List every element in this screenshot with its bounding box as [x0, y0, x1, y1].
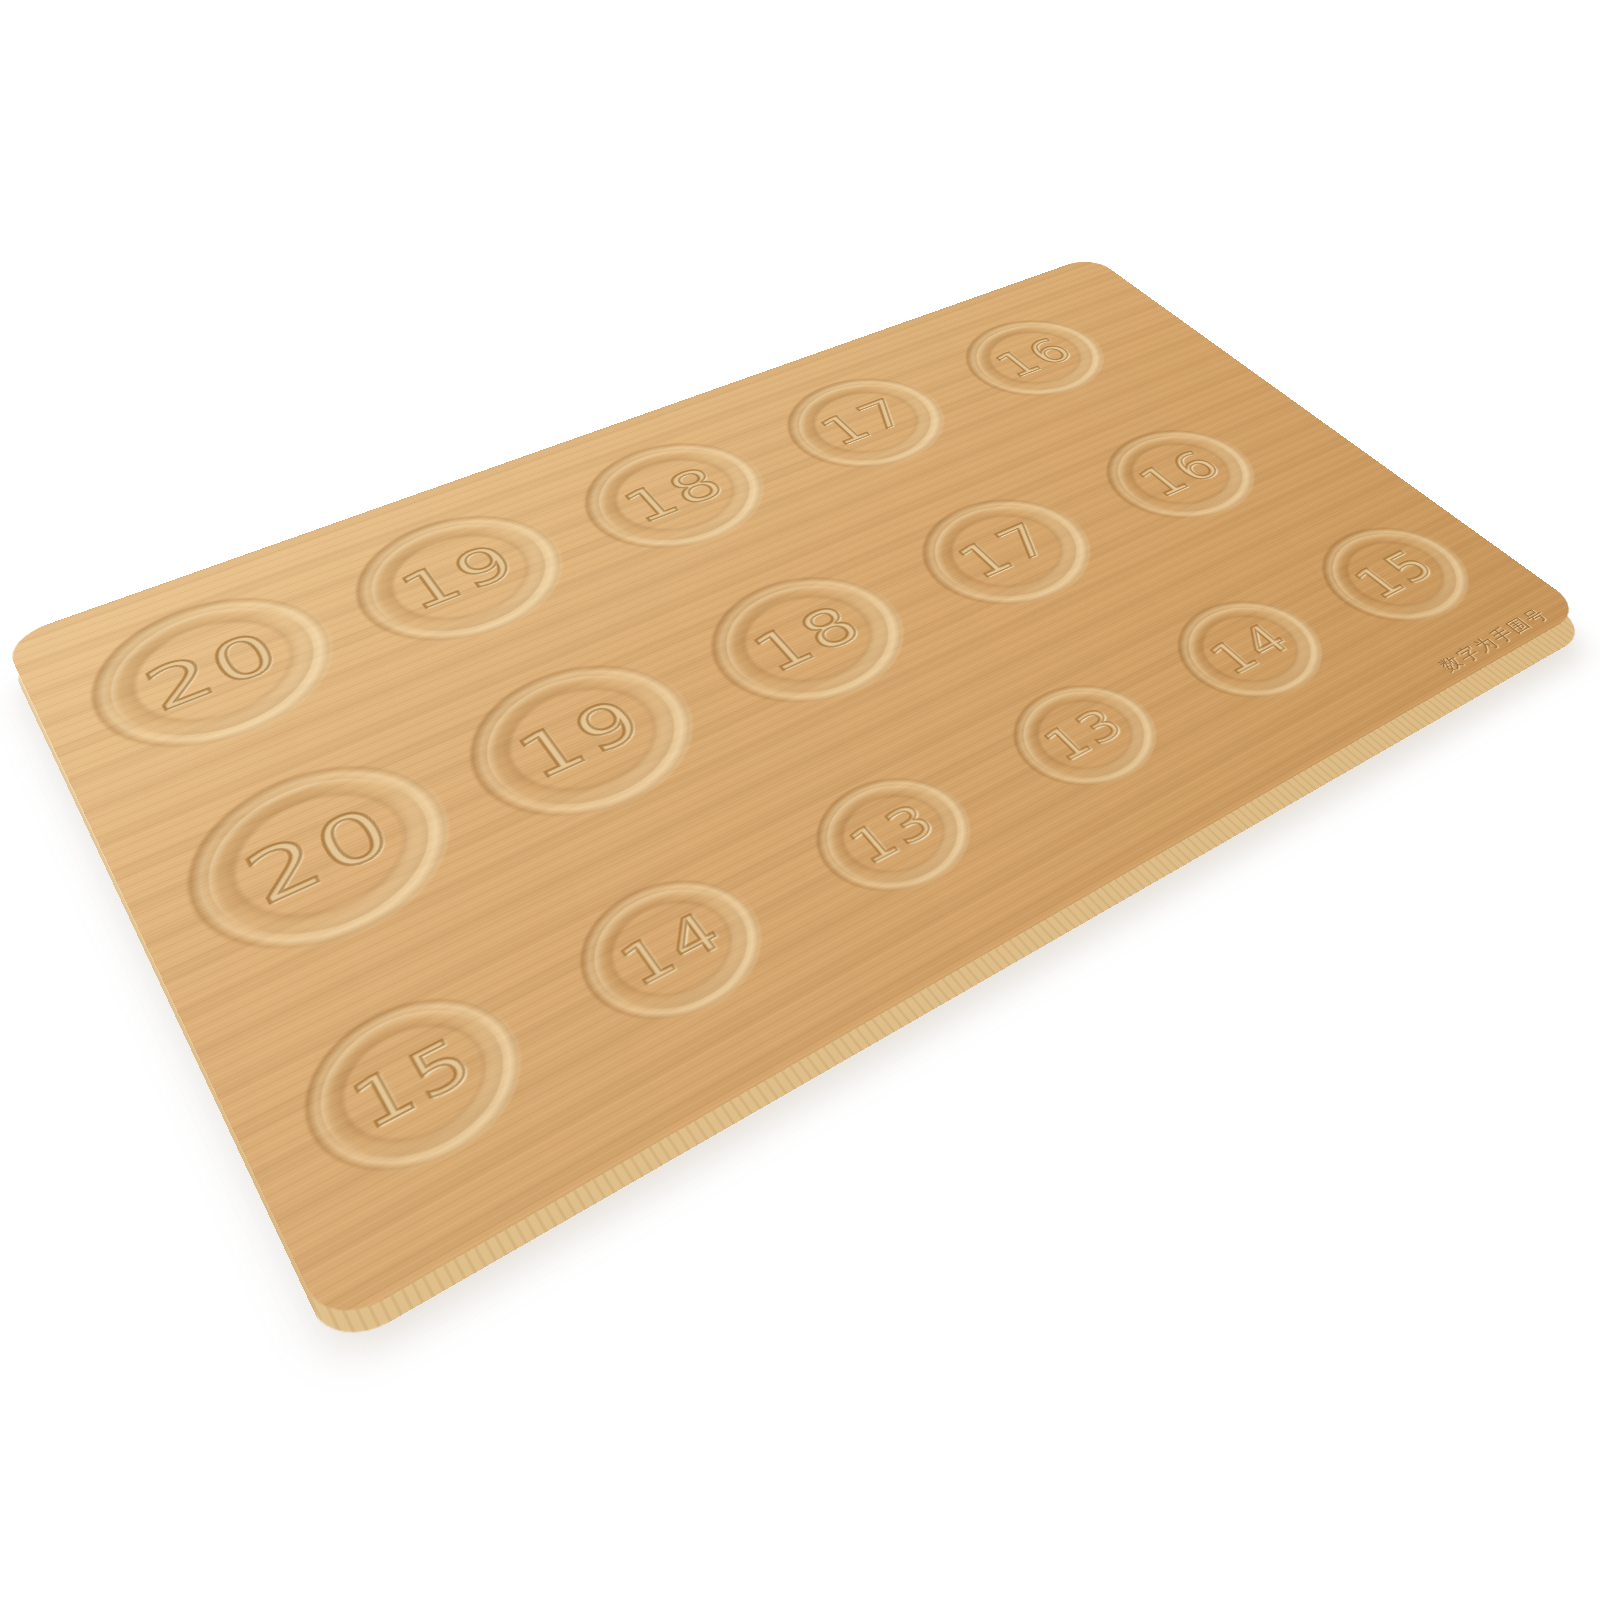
slot-number: 19	[388, 532, 532, 622]
bead-board-photo: 数字为手围号 20191817162019181716151413131415	[0, 0, 1600, 1600]
slot-number: 16	[984, 331, 1085, 385]
slot-number: 14	[1197, 614, 1302, 683]
slot-number: 15	[1341, 540, 1448, 607]
slot-number: 15	[338, 1021, 487, 1146]
slot-number: 18	[611, 457, 738, 533]
slot-number: 19	[503, 685, 660, 794]
slot-number: 13	[1032, 698, 1136, 771]
slot-number: 17	[809, 391, 922, 455]
board-surface: 数字为手围号 20191817162019181716151413131415	[3, 256, 1584, 1332]
slot-number: 13	[837, 793, 948, 875]
slot-number: 14	[607, 899, 736, 999]
slot-number: 18	[739, 594, 877, 684]
slot-number: 17	[945, 513, 1067, 588]
slot-number: 16	[1126, 442, 1234, 506]
slot-number: 20	[133, 617, 295, 725]
slot-number: 20	[231, 789, 410, 922]
